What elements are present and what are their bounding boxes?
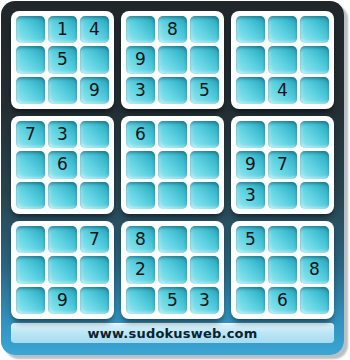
cell-r8c9: 8 bbox=[300, 256, 329, 283]
cell-r4c4: 6 bbox=[126, 121, 155, 148]
cell-r3c6: 5 bbox=[190, 77, 219, 104]
cell-r4c7[interactable] bbox=[236, 121, 265, 148]
cell-r2c6[interactable] bbox=[190, 46, 219, 73]
cell-r3c1[interactable] bbox=[16, 77, 45, 104]
cell-r1c2: 1 bbox=[48, 16, 77, 43]
cell-r7c5[interactable] bbox=[158, 226, 187, 253]
cell-r4c9[interactable] bbox=[300, 121, 329, 148]
cell-r1c7[interactable] bbox=[236, 16, 265, 43]
cell-r8c1[interactable] bbox=[16, 256, 45, 283]
cell-r5c1[interactable] bbox=[16, 151, 45, 178]
cell-r9c4[interactable] bbox=[126, 287, 155, 314]
cell-r7c2[interactable] bbox=[48, 226, 77, 253]
cell-r3c7[interactable] bbox=[236, 77, 265, 104]
box-3: 736 bbox=[11, 116, 114, 214]
footer-bar: www.sudokusweb.com bbox=[11, 323, 334, 343]
cell-r5c9[interactable] bbox=[300, 151, 329, 178]
cell-r6c8[interactable] bbox=[268, 182, 297, 209]
cell-r6c9[interactable] bbox=[300, 182, 329, 209]
cell-r1c6[interactable] bbox=[190, 16, 219, 43]
cell-r7c3: 7 bbox=[80, 226, 109, 253]
cell-r6c5[interactable] bbox=[158, 182, 187, 209]
cell-r8c5[interactable] bbox=[158, 256, 187, 283]
cell-r6c3[interactable] bbox=[80, 182, 109, 209]
cell-r7c6[interactable] bbox=[190, 226, 219, 253]
box-0: 1459 bbox=[11, 11, 114, 109]
cell-r9c8: 6 bbox=[268, 287, 297, 314]
cell-r9c9[interactable] bbox=[300, 287, 329, 314]
cell-r4c3[interactable] bbox=[80, 121, 109, 148]
cell-r9c5: 5 bbox=[158, 287, 187, 314]
cell-r7c7: 5 bbox=[236, 226, 265, 253]
cell-r1c5: 8 bbox=[158, 16, 187, 43]
box-1: 8935 bbox=[121, 11, 224, 109]
cell-r9c2: 9 bbox=[48, 287, 77, 314]
box-8: 586 bbox=[231, 221, 334, 319]
cell-r2c3[interactable] bbox=[80, 46, 109, 73]
cell-r8c8[interactable] bbox=[268, 256, 297, 283]
cell-r5c7: 9 bbox=[236, 151, 265, 178]
cell-r9c6: 3 bbox=[190, 287, 219, 314]
cell-r3c8: 4 bbox=[268, 77, 297, 104]
cell-r4c8[interactable] bbox=[268, 121, 297, 148]
cell-r3c3: 9 bbox=[80, 77, 109, 104]
box-4: 6 bbox=[121, 116, 224, 214]
cell-r3c4: 3 bbox=[126, 77, 155, 104]
cell-r5c8: 7 bbox=[268, 151, 297, 178]
cell-r6c2[interactable] bbox=[48, 182, 77, 209]
cell-r5c5[interactable] bbox=[158, 151, 187, 178]
cell-r8c3[interactable] bbox=[80, 256, 109, 283]
cell-r1c3: 4 bbox=[80, 16, 109, 43]
box-7: 8253 bbox=[121, 221, 224, 319]
board-frame: 1459893547366973798253586 www.sudokusweb… bbox=[1, 1, 344, 355]
cell-r2c7[interactable] bbox=[236, 46, 265, 73]
cell-r1c1[interactable] bbox=[16, 16, 45, 43]
sudoku-app: 1459893547366973798253586 www.sudokusweb… bbox=[0, 0, 350, 360]
cell-r2c9[interactable] bbox=[300, 46, 329, 73]
cell-r6c1[interactable] bbox=[16, 182, 45, 209]
cell-r2c5[interactable] bbox=[158, 46, 187, 73]
box-2: 4 bbox=[231, 11, 334, 109]
cell-r3c2[interactable] bbox=[48, 77, 77, 104]
cell-r2c1[interactable] bbox=[16, 46, 45, 73]
cell-r1c4[interactable] bbox=[126, 16, 155, 43]
cell-r7c8[interactable] bbox=[268, 226, 297, 253]
cell-r4c6[interactable] bbox=[190, 121, 219, 148]
sudoku-board: 1459893547366973798253586 bbox=[11, 11, 334, 319]
cell-r5c2: 6 bbox=[48, 151, 77, 178]
cell-r4c5[interactable] bbox=[158, 121, 187, 148]
cell-r6c7: 3 bbox=[236, 182, 265, 209]
cell-r7c9[interactable] bbox=[300, 226, 329, 253]
cell-r7c4: 8 bbox=[126, 226, 155, 253]
cell-r4c2: 3 bbox=[48, 121, 77, 148]
cell-r8c4: 2 bbox=[126, 256, 155, 283]
site-url[interactable]: www.sudokusweb.com bbox=[88, 326, 258, 341]
cell-r6c6[interactable] bbox=[190, 182, 219, 209]
cell-r5c3[interactable] bbox=[80, 151, 109, 178]
cell-r2c8[interactable] bbox=[268, 46, 297, 73]
cell-r2c2: 5 bbox=[48, 46, 77, 73]
box-5: 973 bbox=[231, 116, 334, 214]
cell-r8c2[interactable] bbox=[48, 256, 77, 283]
cell-r5c6[interactable] bbox=[190, 151, 219, 178]
cell-r6c4[interactable] bbox=[126, 182, 155, 209]
cell-r4c1: 7 bbox=[16, 121, 45, 148]
cell-r2c4: 9 bbox=[126, 46, 155, 73]
cell-r9c3[interactable] bbox=[80, 287, 109, 314]
cell-r8c6[interactable] bbox=[190, 256, 219, 283]
cell-r9c1[interactable] bbox=[16, 287, 45, 314]
cell-r9c7[interactable] bbox=[236, 287, 265, 314]
cell-r5c4[interactable] bbox=[126, 151, 155, 178]
cell-r1c9[interactable] bbox=[300, 16, 329, 43]
cell-r8c7[interactable] bbox=[236, 256, 265, 283]
cell-r3c9[interactable] bbox=[300, 77, 329, 104]
cell-r1c8[interactable] bbox=[268, 16, 297, 43]
cell-r3c5[interactable] bbox=[158, 77, 187, 104]
cell-r7c1[interactable] bbox=[16, 226, 45, 253]
box-6: 79 bbox=[11, 221, 114, 319]
